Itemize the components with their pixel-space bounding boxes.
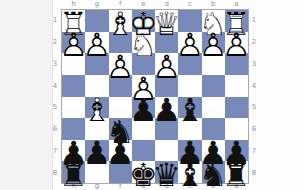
rank-label-3: 3: [50, 53, 60, 75]
file-label-h: h: [62, 183, 85, 190]
rank-label-5: 5: [50, 97, 60, 119]
file-label-b: b: [202, 183, 225, 190]
page-left-margin: [0, 0, 53, 190]
square-f3[interactable]: ♟♙: [109, 53, 132, 75]
square-e6[interactable]: [132, 118, 155, 140]
rank-label-6: 6: [249, 118, 259, 140]
square-d4[interactable]: [155, 75, 178, 97]
rank-labels-left: 12345678: [50, 9, 60, 184]
square-e8[interactable]: ♚: [132, 161, 155, 183]
square-a8[interactable]: ♜: [225, 161, 248, 183]
rank-label-2: 2: [249, 31, 259, 53]
rank-label-7: 7: [249, 140, 259, 162]
square-h3[interactable]: [62, 53, 85, 75]
square-h7[interactable]: ♟: [62, 140, 85, 162]
square-f6[interactable]: ♞: [109, 118, 132, 140]
rank-label-4: 4: [249, 75, 259, 97]
rank-label-5: 5: [249, 97, 259, 119]
square-d8[interactable]: ♛: [155, 161, 178, 183]
square-b7[interactable]: ♟: [202, 140, 225, 162]
square-h5[interactable]: [62, 97, 85, 119]
square-c3[interactable]: [178, 53, 201, 75]
file-label-g: g: [85, 183, 108, 190]
square-c4[interactable]: [178, 75, 201, 97]
square-b5[interactable]: [202, 97, 225, 119]
square-f4[interactable]: [109, 75, 132, 97]
square-g2[interactable]: ♟♙: [85, 32, 108, 54]
file-label-e: e: [132, 0, 155, 9]
square-f2[interactable]: [109, 32, 132, 54]
square-c2[interactable]: ♟♙: [178, 32, 201, 54]
square-d1[interactable]: ♛♕: [155, 10, 178, 32]
square-e4[interactable]: ♟♙: [132, 75, 155, 97]
square-b4[interactable]: [202, 75, 225, 97]
file-label-a: a: [225, 183, 248, 190]
square-e3[interactable]: [132, 53, 155, 75]
square-b6[interactable]: [202, 118, 225, 140]
square-b8[interactable]: ♞: [202, 161, 225, 183]
file-label-g: g: [85, 0, 108, 9]
square-c5[interactable]: ♝: [178, 97, 201, 119]
square-e1[interactable]: ♚♔: [132, 10, 155, 32]
rank-labels-right: 12345678: [249, 9, 259, 184]
rank-label-8: 8: [50, 162, 60, 184]
file-label-a: a: [225, 0, 248, 9]
square-f5[interactable]: [109, 97, 132, 119]
square-c8[interactable]: ♝: [178, 161, 201, 183]
square-e5[interactable]: ♟: [132, 97, 155, 119]
square-g6[interactable]: [85, 118, 108, 140]
square-c6[interactable]: [178, 118, 201, 140]
square-g7[interactable]: ♟: [85, 140, 108, 162]
file-label-h: h: [62, 0, 85, 9]
square-d3[interactable]: ♟♙: [155, 53, 178, 75]
square-g1[interactable]: [85, 10, 108, 32]
square-a1[interactable]: ♜♖: [225, 10, 248, 32]
square-g8[interactable]: [85, 161, 108, 183]
rank-label-6: 6: [50, 118, 60, 140]
square-a6[interactable]: [225, 118, 248, 140]
rank-label-1: 1: [50, 9, 60, 31]
square-f8[interactable]: [109, 161, 132, 183]
file-label-d: d: [155, 183, 178, 190]
square-h4[interactable]: [62, 75, 85, 97]
rank-label-7: 7: [50, 140, 60, 162]
square-d2[interactable]: [155, 32, 178, 54]
file-label-c: c: [178, 183, 201, 190]
square-f7[interactable]: ♟: [109, 140, 132, 162]
file-label-f: f: [109, 183, 132, 190]
rank-label-1: 1: [249, 9, 259, 31]
square-b3[interactable]: [202, 53, 225, 75]
square-e2[interactable]: ♞♘: [132, 32, 155, 54]
square-a4[interactable]: [225, 75, 248, 97]
square-h8[interactable]: ♜: [62, 161, 85, 183]
file-labels-bottom: hgfedcba: [62, 183, 248, 190]
file-label-c: c: [178, 0, 201, 9]
square-h6[interactable]: [62, 118, 85, 140]
file-label-f: f: [109, 0, 132, 9]
square-h1[interactable]: ♜♖: [62, 10, 85, 32]
square-g3[interactable]: [85, 53, 108, 75]
square-e7[interactable]: [132, 140, 155, 162]
file-label-e: e: [132, 183, 155, 190]
chess-video-frame: hgfedcba 12345678 ♜♖♝♗♚♔♛♕♞♘♜♖♟♙♟♙♞♘♟♙♟♙…: [0, 0, 304, 190]
file-labels-top: hgfedcba: [62, 0, 248, 9]
square-c1[interactable]: [178, 10, 201, 32]
rank-label-2: 2: [50, 31, 60, 53]
square-d7[interactable]: [155, 140, 178, 162]
rank-label-3: 3: [249, 53, 259, 75]
square-b1[interactable]: ♞♘: [202, 10, 225, 32]
square-a2[interactable]: ♟♙: [225, 32, 248, 54]
square-c7[interactable]: ♟: [178, 140, 201, 162]
file-label-d: d: [155, 0, 178, 9]
square-a3[interactable]: [225, 53, 248, 75]
square-g5[interactable]: ♝♗: [85, 97, 108, 119]
file-label-b: b: [202, 0, 225, 9]
square-b2[interactable]: ♟♙: [202, 32, 225, 54]
rank-label-4: 4: [50, 75, 60, 97]
rank-label-8: 8: [249, 162, 259, 184]
square-d6[interactable]: [155, 118, 178, 140]
square-d5[interactable]: ♟: [155, 97, 178, 119]
square-g4[interactable]: [85, 75, 108, 97]
square-h2[interactable]: ♟♙: [62, 32, 85, 54]
square-a5[interactable]: [225, 97, 248, 119]
square-f1[interactable]: ♝♗: [109, 10, 132, 32]
square-a7[interactable]: ♟: [225, 140, 248, 162]
chess-board: ♜♖♝♗♚♔♛♕♞♘♜♖♟♙♟♙♞♘♟♙♟♙♟♙♟♙♟♙♟♙♝♗♟♟♝♞♟♟♟♟…: [61, 9, 249, 184]
